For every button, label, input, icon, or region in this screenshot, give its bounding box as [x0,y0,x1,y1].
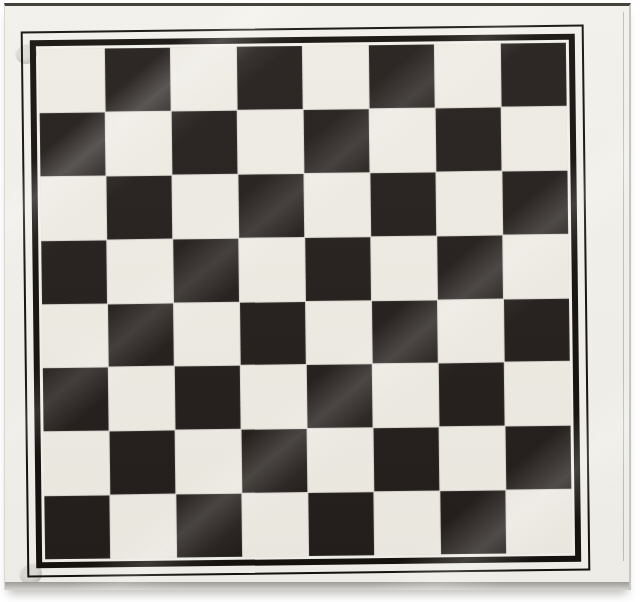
square-f1 [374,492,440,556]
square-c3 [175,366,241,430]
square-a6 [40,176,106,240]
square-d3 [241,365,307,429]
square-d8 [237,46,303,110]
square-c7 [172,111,238,175]
square-h8 [501,43,567,107]
square-g4 [438,299,504,363]
square-d7 [238,110,304,174]
square-h1 [506,490,572,554]
square-g1 [440,491,506,555]
square-d2 [242,429,308,493]
square-a7 [40,112,106,176]
square-c1 [176,494,242,558]
square-c6 [172,175,238,239]
square-e3 [307,365,373,429]
square-d1 [242,493,308,557]
square-f2 [374,428,440,492]
square-e1 [308,492,374,556]
board-frame-inner-line [30,34,581,569]
square-g6 [436,171,502,235]
square-g2 [440,427,506,491]
photo-scene [0,0,640,602]
square-c2 [176,430,242,494]
square-f4 [372,300,438,364]
square-e8 [303,45,369,109]
square-a3 [43,368,109,432]
square-b7 [106,112,172,176]
square-a4 [42,304,108,368]
square-g5 [437,235,503,299]
square-h6 [502,171,568,235]
square-f5 [371,236,437,300]
board-frame [21,25,591,578]
square-b3 [109,367,175,431]
square-e2 [308,428,374,492]
square-h5 [503,234,569,298]
square-a5 [41,240,107,304]
square-a2 [44,432,110,496]
square-f7 [370,108,436,172]
square-c5 [173,238,239,302]
square-b4 [108,303,174,367]
glass-edge-bottom [5,582,629,590]
square-a1 [44,496,110,560]
square-d4 [240,302,306,366]
square-f6 [370,172,436,236]
square-e5 [305,237,371,301]
square-f3 [373,364,439,428]
square-h7 [502,107,568,171]
square-b2 [110,431,176,495]
square-d5 [239,238,305,302]
square-c8 [171,47,237,111]
square-h4 [504,298,570,362]
square-h3 [505,362,571,426]
square-d6 [238,174,304,238]
square-e6 [304,173,370,237]
glass-board [4,3,631,590]
square-a8 [39,48,105,112]
square-f8 [369,44,435,108]
square-e7 [304,109,370,173]
square-b8 [105,48,171,112]
square-g3 [439,363,505,427]
square-b6 [106,175,172,239]
square-h2 [506,426,572,490]
square-b5 [107,239,173,303]
square-b1 [110,495,176,559]
square-g7 [436,107,502,171]
square-g8 [435,44,501,108]
square-c4 [174,302,240,366]
chessboard [39,43,572,559]
glass-edge-right [623,12,624,561]
square-e4 [306,301,372,365]
